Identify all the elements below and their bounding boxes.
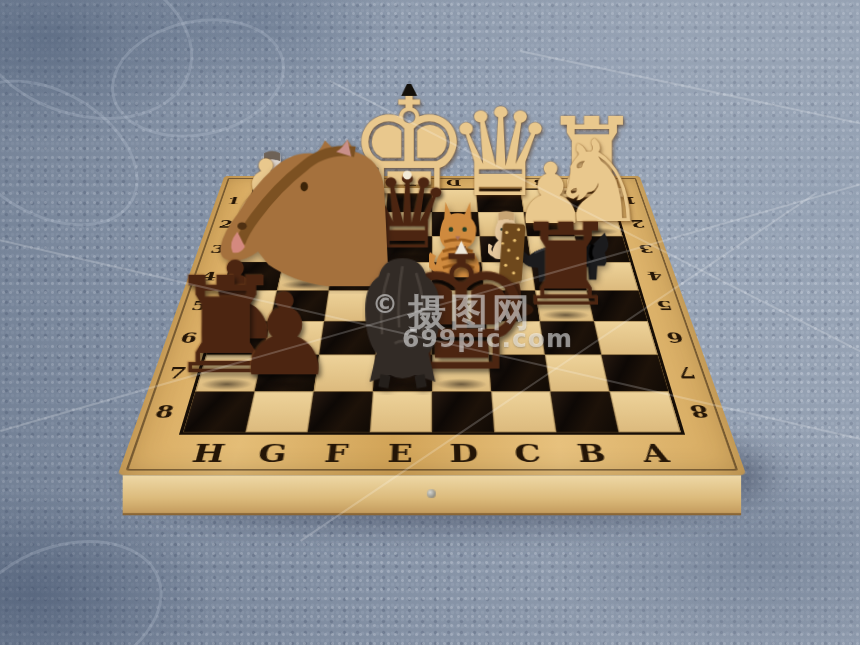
square-e8 <box>370 392 432 433</box>
square-b6 <box>540 321 601 355</box>
square-b7 <box>545 355 610 392</box>
figurine-gorilla <box>362 253 444 389</box>
file-label-far-g: G <box>299 176 345 190</box>
square-d8 <box>432 392 494 433</box>
file-label-far-d: D <box>432 176 476 190</box>
square-a6 <box>594 321 658 355</box>
photo-stage: ♚▲♛♜♟♟♟♞♛●♝♜♟♜♟♚▲ HGFEDCBA HGFEDCBA 1234… <box>0 0 860 645</box>
board-grid: ♚▲♛♜♟♟♟♞♛●♝♜♟♜♟♚▲ <box>183 190 681 432</box>
square-a7 <box>601 355 668 392</box>
square-b8 <box>550 392 618 433</box>
square-e7 <box>373 355 432 392</box>
square-g8 <box>245 392 313 433</box>
square-c8 <box>491 392 556 433</box>
piece-dark-pawn: ♟ <box>234 284 336 388</box>
hinge-screw <box>427 490 436 499</box>
file-label-far-f: F <box>344 176 389 190</box>
file-label-far-c: C <box>475 176 520 190</box>
rank-label-right-2: 2 <box>615 212 661 236</box>
square-g7: ♟ <box>254 355 319 392</box>
rank-label-right-6: 6 <box>648 321 704 355</box>
file-labels-top: HGFEDCBA <box>255 176 608 190</box>
spike-dark-finial: ▲ <box>401 76 417 97</box>
file-label-far-e: E <box>388 176 432 190</box>
board-front-edge <box>123 475 742 515</box>
rank-label-right-7: 7 <box>658 355 717 392</box>
file-label-far-b: B <box>518 176 564 190</box>
square-h8 <box>183 392 254 433</box>
scene-3d: ♚▲♛♜♟♟♟♞♛●♝♜♟♜♟♚▲ HGFEDCBA HGFEDCBA 1234… <box>0 0 860 645</box>
chess-board: ♚▲♛♜♟♟♟♞♛●♝♜♟♜♟♚▲ HGFEDCBA HGFEDCBA 1234… <box>118 176 747 475</box>
file-label-far-h: H <box>255 176 302 190</box>
rank-label-right-4: 4 <box>630 262 680 290</box>
square-f8 <box>308 392 373 433</box>
square-b5: ♜ <box>535 290 594 321</box>
rank-label-right-8: 8 <box>669 392 731 433</box>
board-frame: ♚▲♛♜♟♟♟♞♛●♝♜♟♜♟♚▲ HGFEDCBA HGFEDCBA 1234… <box>118 176 747 475</box>
tip-white-finial: ▲ <box>455 238 468 255</box>
file-label-far-a: A <box>561 176 608 190</box>
rank-label-right-3: 3 <box>623 236 671 262</box>
